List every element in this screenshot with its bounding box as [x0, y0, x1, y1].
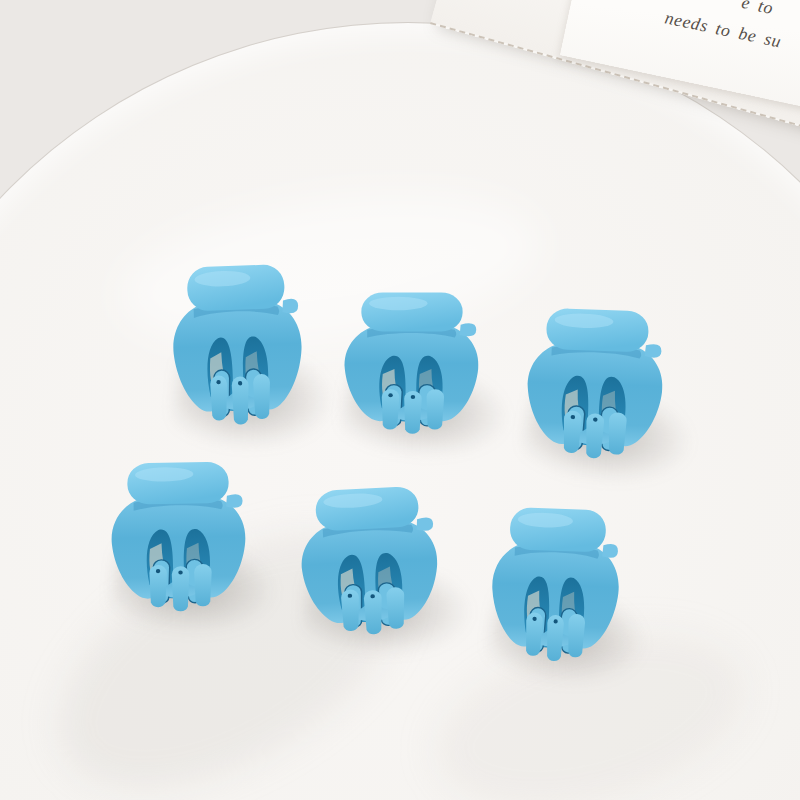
hair-claw-clip-2	[338, 289, 484, 442]
hair-claw-clip-6	[483, 503, 627, 673]
hair-claw-clip-4	[104, 458, 253, 622]
product-photo: e to needs to be su	[0, 0, 800, 800]
card-text-line1: e to	[740, 0, 776, 19]
hair-claw-clip-1	[164, 260, 310, 437]
hair-claw-clip-3	[518, 303, 671, 469]
hair-claw-clip-5	[291, 481, 447, 647]
